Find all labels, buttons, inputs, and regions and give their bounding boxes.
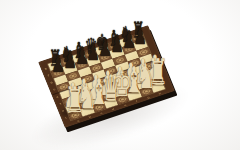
file-label-a: a [76,119,79,122]
rank-label-6: 6 [50,82,53,85]
file-label-h: h [159,92,162,95]
file-label-b: b [88,116,91,119]
rank-label-2: 2 [61,110,64,113]
file-label-d: d [112,108,115,111]
rank-label-5: 5 [52,89,55,92]
rank-label-1: 1 [64,117,67,120]
rank-label-3: 3 [58,103,61,106]
file-label-c: c [100,112,103,115]
rank-label-7: 7 [47,75,50,78]
file-label-g: g [147,96,150,99]
chess-set-photo: abcdefgh87654321 ♜♞♝♛♚♝♞♜♟♟♟♟♟♟♟♟♟♟♟♟♟♟♟… [0,0,240,150]
rank-label-4: 4 [55,96,58,99]
file-label-e: e [123,104,126,107]
rank-label-8: 8 [44,68,47,71]
file-label-f: f [136,100,138,103]
